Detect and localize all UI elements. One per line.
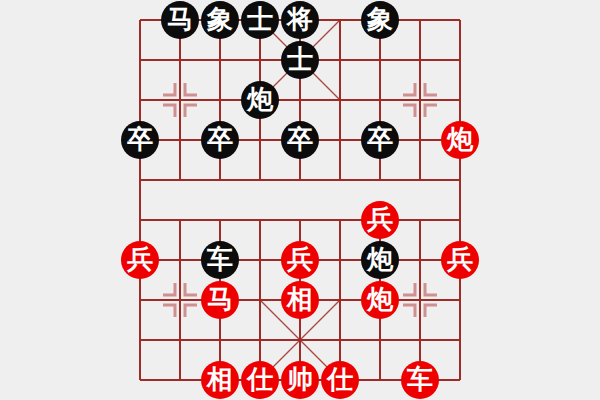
black-cannon-piece[interactable]: 炮 xyxy=(361,241,399,279)
black-advisor-piece[interactable]: 士 xyxy=(281,41,319,79)
pieces-layer: 马象士将象士炮卒卒卒卒车炮炮兵兵兵兵马相炮相仕帅仕车 xyxy=(0,0,600,400)
red-cannon-piece[interactable]: 炮 xyxy=(361,281,399,319)
black-advisor-piece[interactable]: 士 xyxy=(241,1,279,39)
red-advisor-piece[interactable]: 仕 xyxy=(321,361,359,399)
red-soldier-piece[interactable]: 兵 xyxy=(441,241,479,279)
black-elephant-piece[interactable]: 象 xyxy=(361,1,399,39)
red-cannon-piece[interactable]: 炮 xyxy=(441,121,479,159)
black-soldier-piece[interactable]: 卒 xyxy=(281,121,319,159)
red-soldier-piece[interactable]: 兵 xyxy=(361,201,399,239)
black-chariot-piece[interactable]: 车 xyxy=(201,241,239,279)
black-soldier-piece[interactable]: 卒 xyxy=(201,121,239,159)
xiangqi-board-area: 马象士将象士炮卒卒卒卒车炮炮兵兵兵兵马相炮相仕帅仕车 xyxy=(0,0,600,400)
black-cannon-piece[interactable]: 炮 xyxy=(241,81,279,119)
black-elephant-piece[interactable]: 象 xyxy=(201,1,239,39)
red-elephant-piece[interactable]: 相 xyxy=(201,361,239,399)
red-elephant-piece[interactable]: 相 xyxy=(281,281,319,319)
black-soldier-piece[interactable]: 卒 xyxy=(361,121,399,159)
black-soldier-piece[interactable]: 卒 xyxy=(121,121,159,159)
black-general-piece[interactable]: 将 xyxy=(281,1,319,39)
black-horse-piece[interactable]: 马 xyxy=(161,1,199,39)
red-advisor-piece[interactable]: 仕 xyxy=(241,361,279,399)
red-soldier-piece[interactable]: 兵 xyxy=(281,241,319,279)
red-soldier-piece[interactable]: 兵 xyxy=(121,241,159,279)
red-horse-piece[interactable]: 马 xyxy=(201,281,239,319)
red-chariot-piece[interactable]: 车 xyxy=(401,361,439,399)
red-general-piece[interactable]: 帅 xyxy=(281,361,319,399)
